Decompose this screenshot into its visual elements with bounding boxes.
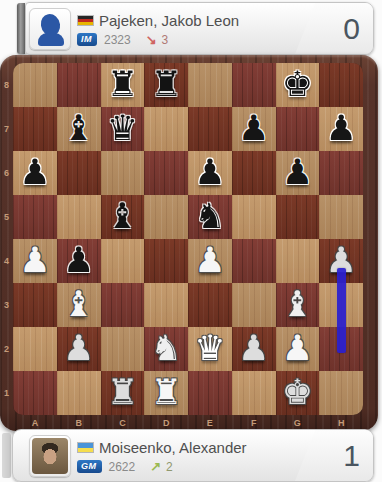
square-c1[interactable]: ♜	[101, 371, 145, 415]
square-b4[interactable]: ♟	[57, 239, 101, 283]
square-a1[interactable]	[13, 371, 57, 415]
square-g7[interactable]	[276, 107, 320, 151]
square-d6[interactable]	[144, 151, 188, 195]
avatar-default	[29, 8, 71, 50]
square-c6[interactable]	[101, 151, 145, 195]
piece-black-king[interactable]: ♚	[282, 67, 313, 102]
piece-black-pawn[interactable]: ♟	[325, 111, 356, 146]
square-a7[interactable]	[13, 107, 57, 151]
panel-drag-handle[interactable]	[17, 3, 25, 54]
player-photo	[32, 438, 68, 474]
square-a3[interactable]	[13, 283, 57, 327]
piece-white-bishop[interactable]: ♝	[63, 287, 94, 322]
square-c2[interactable]	[101, 327, 145, 371]
square-b8[interactable]	[57, 63, 101, 107]
rating-bottom: 2622	[109, 460, 136, 474]
square-f8[interactable]	[232, 63, 276, 107]
piece-white-queen[interactable]: ♛	[194, 331, 225, 366]
piece-white-rook[interactable]: ♜	[107, 375, 138, 410]
flag-germany-icon	[77, 15, 94, 26]
piece-black-pawn[interactable]: ♟	[194, 155, 225, 190]
square-b6[interactable]	[57, 151, 101, 195]
square-e8[interactable]	[188, 63, 232, 107]
chess-board-frame: ♜♜♚♝♛♟♟♟♟♟♝♞♟♟♟♟♝♝♟♞♛♟♟♜♜♚ 87654321 ABCD…	[0, 55, 378, 431]
piece-white-rook[interactable]: ♜	[150, 375, 181, 410]
square-c4[interactable]	[101, 239, 145, 283]
title-badge-gm: GM	[77, 460, 102, 473]
piece-black-bishop[interactable]: ♝	[63, 111, 94, 146]
square-h7[interactable]: ♟	[319, 107, 363, 151]
rank-label-5: 5	[0, 195, 13, 239]
piece-black-queen[interactable]: ♛	[107, 111, 138, 146]
square-a6[interactable]: ♟	[13, 151, 57, 195]
square-d7[interactable]	[144, 107, 188, 151]
score-bottom: 1	[343, 439, 360, 473]
player-bar-bottom: Moiseenko, Alexander GM 2622 ↗ 2 1	[12, 429, 374, 482]
square-d2[interactable]: ♞	[144, 327, 188, 371]
square-e5[interactable]: ♞	[188, 195, 232, 239]
square-b2[interactable]: ♟	[57, 327, 101, 371]
rank-label-2: 2	[0, 327, 13, 371]
square-h5[interactable]	[319, 195, 363, 239]
rank-label-3: 3	[0, 283, 13, 327]
piece-black-rook[interactable]: ♜	[107, 67, 138, 102]
score-wedge-top	[295, 3, 373, 54]
rating-top: 2323	[104, 33, 131, 47]
title-badge-im: IM	[77, 33, 97, 46]
square-f5[interactable]	[232, 195, 276, 239]
piece-white-pawn[interactable]: ♟	[194, 243, 225, 278]
flag-ukraine-icon	[77, 442, 94, 453]
square-f6[interactable]	[232, 151, 276, 195]
piece-white-pawn[interactable]: ♟	[19, 243, 50, 278]
piece-white-knight[interactable]: ♞	[150, 331, 181, 366]
square-a4[interactable]: ♟	[13, 239, 57, 283]
square-b7[interactable]: ♝	[57, 107, 101, 151]
square-e2[interactable]: ♛	[188, 327, 232, 371]
app: Pajeken, Jakob Leon IM 2323 ↘ 3 0 ♜♜♚♝♛♟…	[0, 0, 382, 482]
square-h1[interactable]	[319, 371, 363, 415]
square-g1[interactable]: ♚	[276, 371, 320, 415]
square-g8[interactable]: ♚	[276, 63, 320, 107]
player-name-bottom: Moiseenko, Alexander	[99, 439, 247, 456]
square-a2[interactable]	[13, 327, 57, 371]
square-c7[interactable]: ♛	[101, 107, 145, 151]
rank-label-7: 7	[0, 107, 13, 151]
score-top: 0	[343, 12, 360, 46]
rating-delta-top: 3	[162, 33, 169, 47]
square-b1[interactable]	[57, 371, 101, 415]
square-g4[interactable]	[276, 239, 320, 283]
rating-delta-bottom: 2	[166, 460, 173, 474]
avatar-silhouette-body	[38, 33, 64, 46]
rank-label-4: 4	[0, 239, 13, 283]
square-c8[interactable]: ♜	[101, 63, 145, 107]
square-e7[interactable]	[188, 107, 232, 151]
square-f3[interactable]	[232, 283, 276, 327]
chess-board: ♜♜♚♝♛♟♟♟♟♟♝♞♟♟♟♟♝♝♟♞♛♟♟♜♜♚	[13, 63, 363, 415]
piece-white-pawn[interactable]: ♟	[282, 331, 313, 366]
square-c5[interactable]: ♝	[101, 195, 145, 239]
square-f2[interactable]: ♟	[232, 327, 276, 371]
trend-up-icon: ↗	[150, 459, 161, 474]
square-e4[interactable]: ♟	[188, 239, 232, 283]
player-name-top: Pajeken, Jakob Leon	[99, 12, 239, 29]
square-h6[interactable]	[319, 151, 363, 195]
square-h8[interactable]	[319, 63, 363, 107]
rank-label-6: 6	[0, 151, 13, 195]
square-e3[interactable]	[188, 283, 232, 327]
square-f7[interactable]: ♟	[232, 107, 276, 151]
square-d4[interactable]	[144, 239, 188, 283]
square-b3[interactable]: ♝	[57, 283, 101, 327]
piece-black-pawn[interactable]: ♟	[63, 243, 94, 278]
avatar-photo	[29, 435, 71, 477]
square-g2[interactable]: ♟	[276, 327, 320, 371]
square-f4[interactable]	[232, 239, 276, 283]
square-d3[interactable]	[144, 283, 188, 327]
piece-black-knight[interactable]: ♞	[194, 199, 225, 234]
square-d5[interactable]	[144, 195, 188, 239]
square-d8[interactable]: ♜	[144, 63, 188, 107]
piece-white-king[interactable]: ♚	[282, 375, 313, 410]
square-g5[interactable]	[276, 195, 320, 239]
square-e6[interactable]: ♟	[188, 151, 232, 195]
square-d1[interactable]: ♜	[144, 371, 188, 415]
score-wedge-bottom	[295, 430, 373, 481]
piece-black-pawn[interactable]: ♟	[238, 111, 269, 146]
square-c3[interactable]	[101, 283, 145, 327]
square-a8[interactable]	[13, 63, 57, 107]
piece-black-bishop[interactable]: ♝	[107, 199, 138, 234]
piece-black-rook[interactable]: ♜	[150, 67, 181, 102]
piece-black-pawn[interactable]: ♟	[19, 155, 50, 190]
player-bar-top: Pajeken, Jakob Leon IM 2323 ↘ 3 0	[25, 2, 374, 55]
piece-white-bishop[interactable]: ♝	[282, 287, 313, 322]
move-arrow	[337, 268, 346, 353]
rank-label-8: 8	[0, 63, 13, 107]
square-f1[interactable]	[232, 371, 276, 415]
square-g3[interactable]: ♝	[276, 283, 320, 327]
piece-black-pawn[interactable]: ♟	[282, 155, 313, 190]
piece-white-pawn[interactable]: ♟	[238, 331, 269, 366]
square-b5[interactable]	[57, 195, 101, 239]
trend-down-icon: ↘	[146, 32, 157, 47]
piece-white-pawn[interactable]: ♟	[63, 331, 94, 366]
panel-edge	[2, 433, 11, 478]
square-a5[interactable]	[13, 195, 57, 239]
square-g6[interactable]: ♟	[276, 151, 320, 195]
rank-label-1: 1	[0, 371, 13, 415]
square-e1[interactable]	[188, 371, 232, 415]
